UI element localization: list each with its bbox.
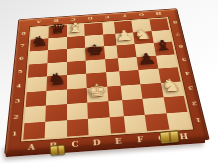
square-a4[interactable] — [27, 76, 48, 92]
file-label-d: D — [82, 14, 100, 23]
file-label-a: A — [20, 140, 42, 154]
square-d1[interactable] — [88, 117, 111, 135]
square-h1[interactable] — [166, 111, 191, 129]
file-label-c: C — [64, 137, 86, 151]
rank-label-1: 1 — [6, 124, 22, 142]
file-label-e: E — [99, 13, 117, 22]
square-d3[interactable]: ♚ — [87, 86, 108, 102]
square-g4[interactable] — [138, 69, 160, 84]
rank-label-7: 7 — [16, 39, 29, 52]
square-h2[interactable] — [163, 96, 187, 113]
black-knight[interactable]: ♞ — [47, 72, 67, 86]
rank-label-7: 7 — [171, 28, 186, 41]
square-c2[interactable] — [67, 103, 88, 120]
white-knight[interactable]: ♞ — [160, 78, 183, 93]
square-b1[interactable] — [45, 120, 67, 138]
board-frame: ♛♝♞♟♞♚♝♟♞♚♞ ABCDEFGH ABCDEFGH 87654321 8… — [4, 8, 209, 154]
square-a1[interactable] — [23, 121, 45, 139]
rank-label-5: 5 — [176, 53, 192, 67]
square-d2[interactable] — [88, 101, 110, 118]
file-label-c: C — [65, 16, 82, 25]
file-label-g: G — [132, 11, 150, 20]
square-b4[interactable]: ♞ — [47, 75, 67, 91]
black-pawn[interactable]: ♟ — [136, 53, 157, 67]
square-c4[interactable] — [67, 74, 87, 90]
file-label-b: B — [47, 17, 64, 26]
square-b2[interactable] — [46, 104, 67, 121]
file-label-f: F — [115, 12, 133, 21]
square-c3[interactable] — [67, 88, 88, 104]
rank-label-4: 4 — [179, 66, 196, 81]
white-king[interactable]: ♚ — [87, 83, 108, 98]
board-photo-scene: ♛♝♞♟♞♚♝♟♞♚♞ ABCDEFGH ABCDEFGH 87654321 8… — [0, 0, 218, 163]
rank-label-2: 2 — [186, 96, 204, 113]
black-knight[interactable]: ♞ — [30, 36, 49, 48]
board-squares: ♛♝♞♟♞♚♝♟♞♚♞ — [21, 17, 193, 141]
hinge-right — [160, 130, 180, 144]
square-c1[interactable] — [67, 118, 89, 136]
file-label-a: A — [30, 18, 48, 27]
rank-label-3: 3 — [182, 80, 199, 96]
square-g1[interactable] — [145, 113, 169, 131]
white-knight[interactable]: ♞ — [133, 29, 153, 41]
black-king[interactable]: ♚ — [85, 44, 104, 57]
rank-label-4: 4 — [12, 78, 27, 93]
file-label-h: H — [149, 10, 168, 19]
rank-label-6: 6 — [173, 40, 189, 54]
rank-label-8: 8 — [17, 27, 30, 40]
rank-label-5: 5 — [13, 64, 27, 79]
file-label-f: F — [129, 132, 152, 146]
square-a3[interactable] — [26, 91, 47, 107]
hinge-left — [50, 144, 66, 155]
black-bishop[interactable]: ♝ — [153, 39, 174, 52]
rank-label-6: 6 — [14, 51, 28, 65]
chess-board: ♛♝♞♟♞♚♝♟♞♚♞ ABCDEFGH ABCDEFGH 87654321 8… — [4, 8, 209, 154]
file-label-e: E — [107, 134, 130, 148]
file-label-d: D — [86, 135, 108, 149]
square-f4[interactable] — [119, 70, 141, 85]
square-h3[interactable]: ♞ — [161, 81, 184, 97]
rank-label-2: 2 — [8, 108, 24, 125]
square-f3[interactable] — [120, 84, 142, 100]
square-a2[interactable] — [24, 106, 46, 123]
square-g2[interactable] — [143, 97, 166, 114]
rank-label-3: 3 — [10, 92, 25, 108]
square-f1[interactable] — [124, 114, 148, 132]
square-f2[interactable] — [122, 99, 145, 116]
square-b3[interactable] — [46, 89, 67, 105]
square-g3[interactable] — [140, 83, 163, 99]
white-pawn[interactable]: ♟ — [115, 30, 135, 42]
rank-label-8: 8 — [168, 16, 183, 28]
